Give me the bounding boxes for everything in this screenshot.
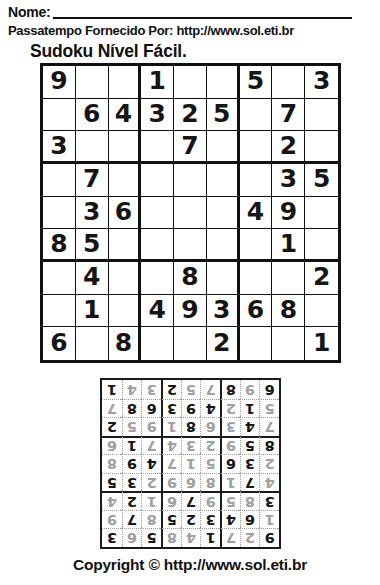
puzzle-cell-r4c1 (43, 164, 76, 197)
solution-cell-r1c2: 2 (240, 528, 260, 547)
puzzle-cell-r2c1 (43, 99, 76, 132)
puzzle-cell-r1c6 (207, 66, 240, 99)
puzzle-cell-r3c2 (76, 131, 109, 164)
puzzle-cell-r5c8: 9 (272, 197, 305, 230)
puzzle-cell-r3c9 (305, 131, 338, 164)
solution-cell-r4c5: 6 (181, 473, 201, 492)
puzzle-cell-r2c5: 2 (174, 99, 207, 132)
puzzle-cell-r9c7 (240, 327, 273, 360)
solution-cell-r2c5: 2 (181, 510, 201, 529)
solution-cell-r5c3: 6 (220, 454, 240, 473)
puzzle-cell-r9c4 (141, 327, 174, 360)
solution-cell-r8c3: 2 (220, 399, 240, 418)
puzzle-cell-r6c2: 5 (76, 229, 109, 262)
solution-cell-r6c8: 1 (122, 436, 142, 455)
puzzle-cell-r7c6 (207, 262, 240, 295)
puzzle-cell-r4c3 (109, 164, 142, 197)
solution-cell-r4c8: 3 (122, 473, 142, 492)
puzzle-cell-r5c4 (141, 197, 174, 230)
solution-cell-r3c3: 5 (220, 491, 240, 510)
solution-cell-r6c4: 2 (200, 436, 220, 455)
puzzle-cell-r6c3 (109, 229, 142, 262)
puzzle-cell-r8c2: 1 (76, 295, 109, 328)
puzzle-cell-r1c4: 1 (141, 66, 174, 99)
puzzle-cell-r5c3: 6 (109, 197, 142, 230)
puzzle-cell-r3c3 (109, 131, 142, 164)
solution-cell-r5c9: 8 (102, 454, 122, 473)
puzzle-cell-r4c6 (207, 164, 240, 197)
puzzle-cell-r9c8 (272, 327, 305, 360)
solution-cell-r4c3: 1 (220, 473, 240, 492)
puzzle-cell-r3c5: 7 (174, 131, 207, 164)
solution-cell-r9c5: 5 (181, 380, 201, 399)
solution-cell-r1c5: 4 (181, 528, 201, 547)
puzzle-cell-r6c1: 8 (43, 229, 76, 262)
puzzle-cell-r6c9 (305, 229, 338, 262)
solution-cell-r8c5: 9 (181, 399, 201, 418)
puzzle-cell-r4c8: 3 (272, 164, 305, 197)
name-label: Nome: (8, 4, 51, 20)
puzzle-cell-r4c7 (240, 164, 273, 197)
puzzle-cell-r5c6 (207, 197, 240, 230)
solution-cell-r5c5: 1 (181, 454, 201, 473)
solution-cell-r8c6: 3 (161, 399, 181, 418)
puzzle-cell-r3c7 (240, 131, 273, 164)
puzzle-cell-r2c7 (240, 99, 273, 132)
puzzle-cell-r7c4 (141, 262, 174, 295)
page-title: Sudoku Nível Fácil. (30, 41, 187, 62)
solution-cell-r8c1: 5 (259, 399, 279, 418)
puzzle-cell-r7c5: 8 (174, 262, 207, 295)
sudoku-solution-grid: 9271485631643258793859761244718692352365… (100, 378, 281, 549)
puzzle-cell-r2c9 (305, 99, 338, 132)
puzzle-cell-r1c1: 9 (43, 66, 76, 99)
puzzle-cell-r6c6 (207, 229, 240, 262)
puzzle-cell-r1c7: 5 (240, 66, 273, 99)
solution-cell-r5c7: 4 (141, 454, 161, 473)
solution-cell-r6c2: 5 (240, 436, 260, 455)
puzzle-cell-r8c8: 8 (272, 295, 305, 328)
name-fill-in-line (53, 3, 352, 19)
puzzle-cell-r6c5 (174, 229, 207, 262)
solution-cell-r2c3: 4 (220, 510, 240, 529)
solution-cell-r1c4: 1 (200, 528, 220, 547)
puzzle-cell-r3c1: 3 (43, 131, 76, 164)
puzzle-cell-r9c5 (174, 327, 207, 360)
solution-cell-r1c8: 6 (122, 528, 142, 547)
solution-cell-r3c9: 4 (102, 491, 122, 510)
puzzle-cell-r2c4: 3 (141, 99, 174, 132)
solution-cell-r9c8: 4 (122, 380, 142, 399)
puzzle-cell-r3c4 (141, 131, 174, 164)
solution-cell-r7c6: 1 (161, 417, 181, 436)
solution-cell-r4c1: 4 (259, 473, 279, 492)
solution-cell-r5c2: 3 (240, 454, 260, 473)
solution-cell-r3c2: 8 (240, 491, 260, 510)
puzzle-cell-r9c1: 6 (43, 327, 76, 360)
puzzle-cell-r5c9 (305, 197, 338, 230)
solution-cell-r6c5: 3 (181, 436, 201, 455)
solution-cell-r2c9: 9 (102, 510, 122, 529)
solution-cell-r9c2: 9 (240, 380, 260, 399)
puzzle-cell-r9c9: 1 (305, 327, 338, 360)
puzzle-cell-r6c7 (240, 229, 273, 262)
puzzle-cell-r7c7 (240, 262, 273, 295)
solution-cell-r9c7: 3 (141, 380, 161, 399)
puzzle-cell-r2c2: 6 (76, 99, 109, 132)
solution-cell-r1c3: 7 (220, 528, 240, 547)
solution-cell-r7c2: 4 (240, 417, 260, 436)
solution-cell-r5c8: 9 (122, 454, 142, 473)
solution-cell-r6c6: 4 (161, 436, 181, 455)
puzzle-cell-r6c8: 1 (272, 229, 305, 262)
puzzle-cell-r4c5 (174, 164, 207, 197)
puzzle-cell-r8c6: 3 (207, 295, 240, 328)
puzzle-cell-r9c3: 8 (109, 327, 142, 360)
solution-cell-r7c9: 2 (102, 417, 122, 436)
puzzle-cell-r7c8 (272, 262, 305, 295)
solution-cell-r9c9: 1 (102, 380, 122, 399)
puzzle-cell-r5c1 (43, 197, 76, 230)
solution-cell-r7c4: 6 (200, 417, 220, 436)
puzzle-cell-r5c7: 4 (240, 197, 273, 230)
puzzle-cell-r1c2 (76, 66, 109, 99)
solution-cell-r4c7: 2 (141, 473, 161, 492)
solution-cell-r3c6: 6 (161, 491, 181, 510)
solution-cell-r9c6: 2 (161, 380, 181, 399)
puzzle-cell-r8c9 (305, 295, 338, 328)
puzzle-cell-r8c3 (109, 295, 142, 328)
name-row: Nome: (8, 3, 352, 20)
solution-cell-r7c1: 7 (259, 417, 279, 436)
puzzle-cell-r1c5 (174, 66, 207, 99)
sudoku-puzzle-grid: 915364325737273536498514821493686821 (40, 63, 341, 363)
solution-cell-r6c1: 8 (259, 436, 279, 455)
solution-cell-r5c1: 2 (259, 454, 279, 473)
solution-cell-r8c2: 1 (240, 399, 260, 418)
puzzle-cell-r8c1 (43, 295, 76, 328)
solution-cell-r4c2: 7 (240, 473, 260, 492)
puzzle-cell-r4c4 (141, 164, 174, 197)
solution-cell-r3c1: 3 (259, 491, 279, 510)
puzzle-cell-r4c2: 7 (76, 164, 109, 197)
solution-cell-r2c6: 5 (161, 510, 181, 529)
puzzle-cell-r4c9: 5 (305, 164, 338, 197)
puzzle-cell-r2c3: 4 (109, 99, 142, 132)
puzzle-cell-r9c2 (76, 327, 109, 360)
puzzle-cell-r1c8 (272, 66, 305, 99)
solution-cell-r5c6: 7 (161, 454, 181, 473)
puzzle-cell-r2c6: 5 (207, 99, 240, 132)
solution-cell-r2c2: 6 (240, 510, 260, 529)
solution-cell-r3c7: 1 (141, 491, 161, 510)
solution-cell-r2c7: 8 (141, 510, 161, 529)
puzzle-cell-r1c9: 3 (305, 66, 338, 99)
solution-cell-r5c4: 5 (200, 454, 220, 473)
puzzle-cell-r2c8: 7 (272, 99, 305, 132)
solution-cell-r9c3: 8 (220, 380, 240, 399)
solution-cell-r1c1: 9 (259, 528, 279, 547)
solution-cell-r4c4: 8 (200, 473, 220, 492)
solution-cell-r8c4: 4 (200, 399, 220, 418)
solution-cell-r2c1: 1 (259, 510, 279, 529)
copyright-text: Copyright © http://www.sol.eti.br (0, 556, 380, 574)
puzzle-cell-r8c7: 6 (240, 295, 273, 328)
solution-cell-r9c1: 6 (259, 380, 279, 399)
solution-cell-r7c3: 3 (220, 417, 240, 436)
puzzle-cell-r7c1 (43, 262, 76, 295)
puzzle-cell-r8c5: 9 (174, 295, 207, 328)
provided-by-text: Passatempo Fornecido Por: http://www.sol… (8, 23, 294, 38)
puzzle-cell-r5c2: 3 (76, 197, 109, 230)
solution-cell-r8c8: 8 (122, 399, 142, 418)
solution-cell-r8c7: 6 (141, 399, 161, 418)
puzzle-cell-r8c4: 4 (141, 295, 174, 328)
solution-cell-r2c4: 3 (200, 510, 220, 529)
puzzle-cell-r1c3 (109, 66, 142, 99)
solution-cell-r1c6: 8 (161, 528, 181, 547)
puzzle-cell-r3c6 (207, 131, 240, 164)
solution-cell-r3c8: 2 (122, 491, 142, 510)
solution-cell-r1c9: 3 (102, 528, 122, 547)
puzzle-cell-r5c5 (174, 197, 207, 230)
solution-cell-r4c9: 5 (102, 473, 122, 492)
solution-cell-r6c9: 6 (102, 436, 122, 455)
solution-cell-r7c5: 8 (181, 417, 201, 436)
solution-cell-r7c7: 9 (141, 417, 161, 436)
solution-cell-r7c8: 5 (122, 417, 142, 436)
puzzle-cell-r6c4 (141, 229, 174, 262)
puzzle-cell-r7c9: 2 (305, 262, 338, 295)
solution-cell-r3c5: 7 (181, 491, 201, 510)
solution-cell-r2c8: 7 (122, 510, 142, 529)
puzzle-cell-r7c3 (109, 262, 142, 295)
solution-cell-r6c3: 9 (220, 436, 240, 455)
solution-cell-r8c9: 7 (102, 399, 122, 418)
solution-cell-r4c6: 9 (161, 473, 181, 492)
solution-cell-r3c4: 9 (200, 491, 220, 510)
solution-cell-r6c7: 7 (141, 436, 161, 455)
puzzle-cell-r9c6: 2 (207, 327, 240, 360)
solution-cell-r1c7: 5 (141, 528, 161, 547)
solution-cell-r9c4: 7 (200, 380, 220, 399)
puzzle-cell-r3c8: 2 (272, 131, 305, 164)
puzzle-cell-r7c2: 4 (76, 262, 109, 295)
